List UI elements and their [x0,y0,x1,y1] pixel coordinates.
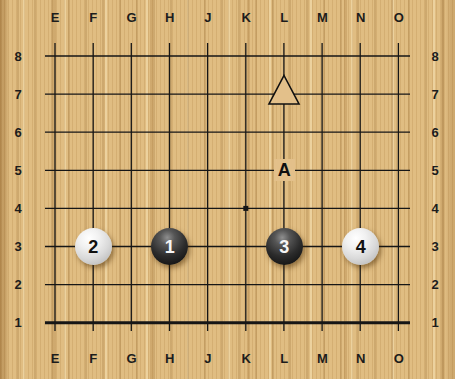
coord-label-top-f: F [74,9,112,25]
white-stone: 2 [75,228,112,265]
coord-label-left-1: 1 [10,304,26,342]
stone-white-2-f3[interactable]: 2 [74,228,112,266]
coord-label-left-5: 5 [10,151,26,189]
column-labels-top: E F G H J K L M N O [36,9,418,25]
coord-label-bottom-o: O [380,350,418,366]
coord-label-left-4: 4 [10,190,26,228]
coord-label-bottom-f: F [74,350,112,366]
stone-black-3-l3[interactable]: 3 [265,228,303,266]
coord-label-right-3: 3 [427,228,443,266]
coord-label-left-8: 8 [10,37,26,75]
stone-move-number: 3 [279,238,289,256]
coord-label-top-j: J [189,9,227,25]
row-labels-right: 8 7 6 5 4 3 2 1 [427,37,443,342]
row-labels-left: 8 7 6 5 4 3 2 1 [10,37,26,342]
stone-move-number: 1 [165,238,175,256]
stone-white-4-n3[interactable]: 4 [342,228,380,266]
triangle-icon [267,78,301,110]
coord-label-right-5: 5 [427,151,443,189]
coord-label-right-8: 8 [427,37,443,75]
coord-label-top-l: L [265,9,303,25]
coord-label-bottom-n: N [342,350,380,366]
stone-move-number: 2 [88,238,98,256]
coord-label-left-3: 3 [10,228,26,266]
coord-label-bottom-k: K [227,350,265,366]
stone-move-number: 4 [356,238,366,256]
board-intersections: A 1 2 3 4 [36,37,418,342]
coord-label-right-4: 4 [427,190,443,228]
coord-label-right-2: 2 [427,266,443,304]
coord-label-right-6: 6 [427,113,443,151]
go-board-diagram: E F G H J K L M N O E F G H J K L M N O … [0,0,455,379]
stone-black-1-h3[interactable]: 1 [151,228,189,266]
coord-label-top-e: E [36,9,74,25]
coord-label-top-k: K [227,9,265,25]
coord-label-top-m: M [303,9,341,25]
coord-label-bottom-h: H [151,350,189,366]
black-stone: 3 [266,228,303,265]
coord-label-bottom-j: J [189,350,227,366]
letter-mark-l5[interactable]: A [265,151,303,189]
black-stone: 1 [151,228,188,265]
coord-label-right-1: 1 [427,304,443,342]
triangle-mark-l7[interactable] [265,75,303,113]
coord-label-right-7: 7 [427,75,443,113]
coord-label-bottom-l: L [265,350,303,366]
coord-label-bottom-m: M [303,350,341,366]
coord-label-left-6: 6 [10,113,26,151]
letter-a-label: A [274,159,295,181]
coord-label-top-n: N [342,9,380,25]
coord-label-bottom-g: G [112,350,150,366]
coord-label-bottom-e: E [36,350,74,366]
coord-label-top-o: O [380,9,418,25]
coord-label-top-h: H [151,9,189,25]
coord-label-left-2: 2 [10,266,26,304]
column-labels-bottom: E F G H J K L M N O [36,350,418,366]
coord-label-top-g: G [112,9,150,25]
white-stone: 4 [342,228,379,265]
coord-label-left-7: 7 [10,75,26,113]
